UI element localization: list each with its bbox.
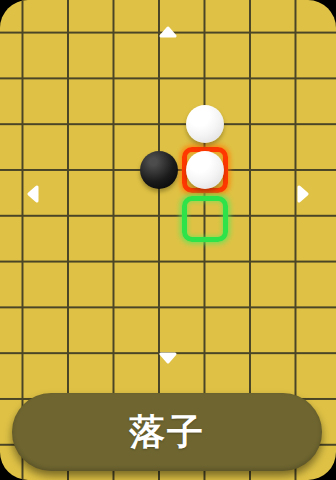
place-stone-button-label: 落子	[129, 408, 205, 457]
pan-right-arrow-icon[interactable]	[297, 185, 309, 203]
black-stone	[140, 151, 178, 189]
app-window: 落子	[0, 0, 336, 480]
white-stone	[186, 105, 224, 143]
white-stone	[186, 151, 224, 189]
place-stone-button[interactable]: 落子	[12, 393, 322, 471]
pan-left-arrow-icon[interactable]	[27, 185, 39, 203]
pan-up-arrow-icon[interactable]	[159, 26, 177, 38]
pan-down-arrow-icon[interactable]	[159, 352, 177, 364]
green-frame-marker	[182, 196, 228, 242]
